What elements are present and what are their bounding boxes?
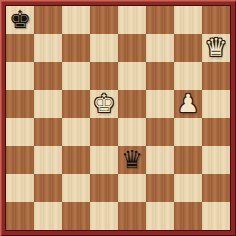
square-d2[interactable] — [90, 174, 118, 202]
square-d6[interactable] — [90, 62, 118, 90]
square-b5[interactable] — [34, 90, 62, 118]
square-h8[interactable] — [202, 6, 230, 34]
square-b1[interactable] — [34, 202, 62, 230]
square-a3[interactable] — [6, 146, 34, 174]
square-d7[interactable] — [90, 34, 118, 62]
square-e6[interactable] — [118, 62, 146, 90]
square-e3[interactable]: ♛ — [118, 146, 146, 174]
square-b8[interactable] — [34, 6, 62, 34]
chess-board: ♚♛♚♟♛ — [6, 6, 230, 230]
square-a1[interactable] — [6, 202, 34, 230]
square-f5[interactable] — [146, 90, 174, 118]
square-c8[interactable] — [62, 6, 90, 34]
piece-white-queen[interactable]: ♛ — [205, 34, 227, 62]
square-b4[interactable] — [34, 118, 62, 146]
square-d5[interactable]: ♚ — [90, 90, 118, 118]
square-c1[interactable] — [62, 202, 90, 230]
square-h5[interactable] — [202, 90, 230, 118]
square-g8[interactable] — [174, 6, 202, 34]
square-d3[interactable] — [90, 146, 118, 174]
square-e8[interactable] — [118, 6, 146, 34]
square-a2[interactable] — [6, 174, 34, 202]
piece-black-queen[interactable]: ♛ — [121, 146, 143, 174]
square-b2[interactable] — [34, 174, 62, 202]
square-b7[interactable] — [34, 34, 62, 62]
square-f3[interactable] — [146, 146, 174, 174]
square-a6[interactable] — [6, 62, 34, 90]
square-g2[interactable] — [174, 174, 202, 202]
square-f2[interactable] — [146, 174, 174, 202]
square-c6[interactable] — [62, 62, 90, 90]
square-f4[interactable] — [146, 118, 174, 146]
square-a4[interactable] — [6, 118, 34, 146]
square-d4[interactable] — [90, 118, 118, 146]
square-e5[interactable] — [118, 90, 146, 118]
square-f6[interactable] — [146, 62, 174, 90]
square-f7[interactable] — [146, 34, 174, 62]
square-b6[interactable] — [34, 62, 62, 90]
piece-white-king[interactable]: ♚ — [93, 90, 115, 118]
square-a5[interactable] — [6, 90, 34, 118]
square-e4[interactable] — [118, 118, 146, 146]
square-h2[interactable] — [202, 174, 230, 202]
square-g3[interactable] — [174, 146, 202, 174]
square-f8[interactable] — [146, 6, 174, 34]
square-g7[interactable] — [174, 34, 202, 62]
square-e7[interactable] — [118, 34, 146, 62]
square-g6[interactable] — [174, 62, 202, 90]
piece-white-pawn[interactable]: ♟ — [177, 90, 199, 118]
square-h3[interactable] — [202, 146, 230, 174]
square-h6[interactable] — [202, 62, 230, 90]
square-a7[interactable] — [6, 34, 34, 62]
square-h4[interactable] — [202, 118, 230, 146]
square-e2[interactable] — [118, 174, 146, 202]
square-a8[interactable]: ♚ — [6, 6, 34, 34]
board-frame: ♚♛♚♟♛ — [0, 0, 236, 236]
square-c3[interactable] — [62, 146, 90, 174]
square-f1[interactable] — [146, 202, 174, 230]
square-d1[interactable] — [90, 202, 118, 230]
piece-black-king[interactable]: ♚ — [9, 6, 31, 34]
square-c2[interactable] — [62, 174, 90, 202]
square-b3[interactable] — [34, 146, 62, 174]
square-c7[interactable] — [62, 34, 90, 62]
square-g1[interactable] — [174, 202, 202, 230]
square-c5[interactable] — [62, 90, 90, 118]
square-d8[interactable] — [90, 6, 118, 34]
square-h1[interactable] — [202, 202, 230, 230]
square-e1[interactable] — [118, 202, 146, 230]
square-h7[interactable]: ♛ — [202, 34, 230, 62]
square-g4[interactable] — [174, 118, 202, 146]
square-g5[interactable]: ♟ — [174, 90, 202, 118]
square-c4[interactable] — [62, 118, 90, 146]
